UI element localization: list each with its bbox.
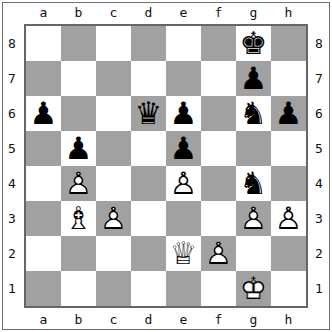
square-f5[interactable]: [201, 131, 236, 166]
piece-white-pawn[interactable]: ♟♙: [61, 166, 96, 201]
square-f2[interactable]: ♟♙: [201, 236, 236, 271]
square-d2[interactable]: [131, 236, 166, 271]
piece-white-pawn[interactable]: ♟♙: [96, 201, 131, 236]
square-a3[interactable]: [26, 201, 61, 236]
square-b2[interactable]: [61, 236, 96, 271]
square-b7[interactable]: [61, 61, 96, 96]
piece-black-knight[interactable]: ♞: [236, 96, 271, 131]
file-label-top-b: b: [61, 1, 96, 23]
rank-label-right-7: 7: [308, 61, 330, 96]
square-d3[interactable]: [131, 201, 166, 236]
piece-white-king[interactable]: ♚♔: [236, 271, 271, 306]
piece-white-bishop[interactable]: ♝♗: [61, 201, 96, 236]
square-e2[interactable]: ♛♕: [166, 236, 201, 271]
black-pawn-glyph: ♟: [166, 96, 201, 131]
file-label-bottom-f: f: [201, 308, 236, 330]
chess-board: ♚♟♟♛♟♞♟♟♟♟♙♟♙♞♝♗♟♙♟♙♟♙♛♕♟♙♚♔: [24, 24, 308, 308]
rank-labels-left: 87654321: [1, 26, 23, 306]
piece-white-pawn[interactable]: ♟♙: [201, 236, 236, 271]
rank-label-left-7: 7: [1, 61, 23, 96]
square-d7[interactable]: [131, 61, 166, 96]
square-a2[interactable]: [26, 236, 61, 271]
file-labels-top: abcdefgh: [26, 1, 306, 23]
piece-black-pawn[interactable]: ♟: [166, 131, 201, 166]
piece-white-pawn[interactable]: ♟♙: [236, 201, 271, 236]
square-g2[interactable]: [236, 236, 271, 271]
square-g8[interactable]: ♚: [236, 26, 271, 61]
square-b1[interactable]: [61, 271, 96, 306]
file-label-top-f: f: [201, 1, 236, 23]
square-g6[interactable]: ♞: [236, 96, 271, 131]
rank-labels-right: 87654321: [308, 26, 330, 306]
rank-label-left-2: 2: [1, 236, 23, 271]
square-d1[interactable]: [131, 271, 166, 306]
rank-label-right-6: 6: [308, 96, 330, 131]
square-d4[interactable]: [131, 166, 166, 201]
square-a6[interactable]: ♟: [26, 96, 61, 131]
rank-label-right-4: 4: [308, 166, 330, 201]
square-g7[interactable]: ♟: [236, 61, 271, 96]
square-c6[interactable]: [96, 96, 131, 131]
file-label-top-c: c: [96, 1, 131, 23]
square-c2[interactable]: [96, 236, 131, 271]
square-a4[interactable]: [26, 166, 61, 201]
square-e5[interactable]: ♟: [166, 131, 201, 166]
rank-label-right-5: 5: [308, 131, 330, 166]
black-knight-glyph: ♞: [236, 96, 271, 131]
square-b6[interactable]: [61, 96, 96, 131]
square-h8[interactable]: [271, 26, 306, 61]
square-a1[interactable]: [26, 271, 61, 306]
square-f1[interactable]: [201, 271, 236, 306]
square-e1[interactable]: [166, 271, 201, 306]
square-d5[interactable]: [131, 131, 166, 166]
white-king-outline-glyph: ♔: [236, 271, 271, 306]
square-d6[interactable]: ♛: [131, 96, 166, 131]
square-e4[interactable]: ♟♙: [166, 166, 201, 201]
square-c1[interactable]: [96, 271, 131, 306]
piece-white-pawn[interactable]: ♟♙: [271, 201, 306, 236]
square-b3[interactable]: ♝♗: [61, 201, 96, 236]
black-pawn-glyph: ♟: [61, 131, 96, 166]
white-pawn-outline-glyph: ♙: [236, 201, 271, 236]
square-h1[interactable]: [271, 271, 306, 306]
square-e6[interactable]: ♟: [166, 96, 201, 131]
piece-black-queen[interactable]: ♛: [131, 96, 166, 131]
file-label-bottom-c: c: [96, 308, 131, 330]
white-pawn-outline-glyph: ♙: [61, 166, 96, 201]
rank-label-right-1: 1: [308, 271, 330, 306]
piece-black-pawn[interactable]: ♟: [236, 61, 271, 96]
white-pawn-outline-glyph: ♙: [96, 201, 131, 236]
black-pawn-glyph: ♟: [26, 96, 61, 131]
black-queen-glyph: ♛: [131, 96, 166, 131]
square-g5[interactable]: [236, 131, 271, 166]
square-h3[interactable]: ♟♙: [271, 201, 306, 236]
chess-diagram: abcdefgh 87654321 87654321 abcdefgh ♚♟♟♛…: [0, 0, 332, 332]
black-knight-glyph: ♞: [236, 166, 271, 201]
piece-black-knight[interactable]: ♞: [236, 166, 271, 201]
black-pawn-glyph: ♟: [236, 61, 271, 96]
square-h6[interactable]: ♟: [271, 96, 306, 131]
square-c7[interactable]: [96, 61, 131, 96]
square-f3[interactable]: [201, 201, 236, 236]
square-a5[interactable]: [26, 131, 61, 166]
file-label-bottom-e: e: [166, 308, 201, 330]
piece-white-queen[interactable]: ♛♕: [166, 236, 201, 271]
file-label-bottom-g: g: [236, 308, 271, 330]
square-h5[interactable]: [271, 131, 306, 166]
white-pawn-outline-glyph: ♙: [271, 201, 306, 236]
square-g4[interactable]: ♞: [236, 166, 271, 201]
square-a7[interactable]: [26, 61, 61, 96]
square-b5[interactable]: ♟: [61, 131, 96, 166]
square-f8[interactable]: [201, 26, 236, 61]
square-f4[interactable]: [201, 166, 236, 201]
square-h2[interactable]: [271, 236, 306, 271]
rank-label-left-4: 4: [1, 166, 23, 201]
file-label-top-g: g: [236, 1, 271, 23]
rank-label-right-2: 2: [308, 236, 330, 271]
file-label-top-a: a: [26, 1, 61, 23]
square-f6[interactable]: [201, 96, 236, 131]
square-f7[interactable]: [201, 61, 236, 96]
white-bishop-outline-glyph: ♗: [61, 201, 96, 236]
file-label-top-h: h: [271, 1, 306, 23]
square-e8[interactable]: [166, 26, 201, 61]
square-c8[interactable]: [96, 26, 131, 61]
square-e7[interactable]: [166, 61, 201, 96]
file-labels-bottom: abcdefgh: [26, 308, 306, 330]
piece-white-pawn[interactable]: ♟♙: [166, 166, 201, 201]
rank-label-right-8: 8: [308, 26, 330, 61]
file-label-bottom-b: b: [61, 308, 96, 330]
rank-label-left-1: 1: [1, 271, 23, 306]
file-label-bottom-h: h: [271, 308, 306, 330]
file-label-bottom-a: a: [26, 308, 61, 330]
file-label-top-e: e: [166, 1, 201, 23]
rank-label-left-8: 8: [1, 26, 23, 61]
square-g3[interactable]: ♟♙: [236, 201, 271, 236]
piece-black-pawn[interactable]: ♟: [271, 96, 306, 131]
rank-label-left-3: 3: [1, 201, 23, 236]
square-d8[interactable]: [131, 26, 166, 61]
file-label-bottom-d: d: [131, 308, 166, 330]
white-pawn-outline-glyph: ♙: [201, 236, 236, 271]
piece-black-pawn[interactable]: ♟: [166, 96, 201, 131]
rank-label-right-3: 3: [308, 201, 330, 236]
file-label-top-d: d: [131, 1, 166, 23]
square-e3[interactable]: [166, 201, 201, 236]
square-a8[interactable]: [26, 26, 61, 61]
square-g1[interactable]: ♚♔: [236, 271, 271, 306]
square-c3[interactable]: ♟♙: [96, 201, 131, 236]
square-c5[interactable]: [96, 131, 131, 166]
square-c4[interactable]: [96, 166, 131, 201]
black-pawn-glyph: ♟: [166, 131, 201, 166]
square-h4[interactable]: [271, 166, 306, 201]
black-king-glyph: ♚: [236, 26, 271, 61]
piece-black-pawn[interactable]: ♟: [61, 131, 96, 166]
square-b4[interactable]: ♟♙: [61, 166, 96, 201]
piece-black-pawn[interactable]: ♟: [26, 96, 61, 131]
square-h7[interactable]: [271, 61, 306, 96]
white-pawn-outline-glyph: ♙: [166, 166, 201, 201]
square-b8[interactable]: [61, 26, 96, 61]
rank-label-left-6: 6: [1, 96, 23, 131]
white-queen-outline-glyph: ♕: [166, 236, 201, 271]
rank-label-left-5: 5: [1, 131, 23, 166]
piece-black-king[interactable]: ♚: [236, 26, 271, 61]
black-pawn-glyph: ♟: [271, 96, 306, 131]
